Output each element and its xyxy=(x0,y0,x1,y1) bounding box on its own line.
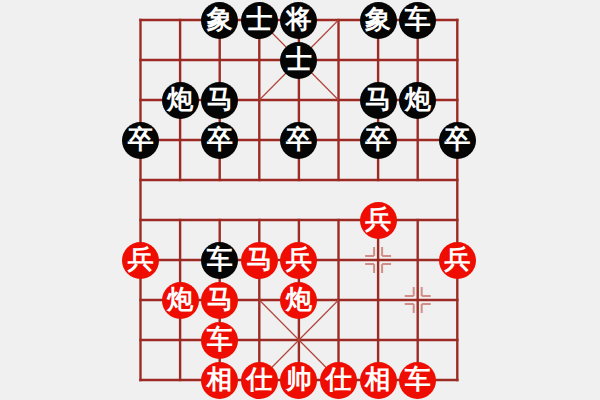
piece-glyph: 马 xyxy=(207,286,233,312)
piece-glyph: 兵 xyxy=(127,246,153,272)
piece-black-elephant[interactable]: 象 xyxy=(360,2,397,39)
piece-glyph: 车 xyxy=(207,246,233,272)
piece-glyph: 兵 xyxy=(286,246,312,272)
piece-glyph: 炮 xyxy=(405,86,431,112)
piece-red-chariot[interactable]: 车 xyxy=(201,322,238,359)
piece-red-soldier[interactable]: 兵 xyxy=(439,242,476,279)
piece-glyph: 象 xyxy=(207,6,233,32)
piece-glyph: 车 xyxy=(405,6,431,32)
piece-black-elephant[interactable]: 象 xyxy=(201,2,238,39)
piece-glyph: 士 xyxy=(286,46,312,72)
piece-red-elephant[interactable]: 相 xyxy=(360,362,397,399)
piece-black-advisor[interactable]: 士 xyxy=(280,42,317,79)
piece-red-advisor[interactable]: 仕 xyxy=(320,362,357,399)
piece-glyph: 仕 xyxy=(246,366,272,392)
piece-glyph: 象 xyxy=(365,6,391,32)
piece-black-soldier[interactable]: 卒 xyxy=(439,122,476,159)
piece-black-soldier[interactable]: 卒 xyxy=(122,122,159,159)
piece-glyph: 相 xyxy=(207,366,233,392)
piece-glyph: 卒 xyxy=(127,126,153,152)
piece-glyph: 相 xyxy=(365,366,391,392)
piece-black-chariot[interactable]: 车 xyxy=(201,242,238,279)
piece-glyph: 马 xyxy=(246,246,272,272)
piece-glyph: 帅 xyxy=(286,366,312,392)
piece-red-cannon[interactable]: 炮 xyxy=(280,282,317,319)
piece-glyph: 炮 xyxy=(286,286,312,312)
piece-glyph: 卒 xyxy=(444,126,470,152)
piece-black-soldier[interactable]: 卒 xyxy=(280,122,317,159)
piece-black-cannon[interactable]: 炮 xyxy=(162,82,199,119)
piece-glyph: 炮 xyxy=(167,286,193,312)
piece-red-soldier[interactable]: 兵 xyxy=(280,242,317,279)
piece-red-horse[interactable]: 马 xyxy=(201,282,238,319)
piece-black-horse[interactable]: 马 xyxy=(360,82,397,119)
xiangqi-board[interactable]: 象士将象车士炮马马炮卒卒卒卒卒兵兵车马兵兵炮马炮车相仕帅仕相车 xyxy=(0,0,600,400)
piece-layer: 象士将象车士炮马马炮卒卒卒卒卒兵兵车马兵兵炮马炮车相仕帅仕相车 xyxy=(121,0,477,400)
piece-glyph: 车 xyxy=(207,326,233,352)
piece-glyph: 将 xyxy=(286,6,312,32)
piece-red-horse[interactable]: 马 xyxy=(241,242,278,279)
piece-red-general[interactable]: 帅 xyxy=(280,362,317,399)
piece-red-elephant[interactable]: 相 xyxy=(201,362,238,399)
piece-glyph: 卒 xyxy=(365,126,391,152)
piece-red-soldier[interactable]: 兵 xyxy=(122,242,159,279)
piece-glyph: 士 xyxy=(246,6,272,32)
piece-red-soldier[interactable]: 兵 xyxy=(360,202,397,239)
piece-glyph: 炮 xyxy=(167,86,193,112)
piece-black-soldier[interactable]: 卒 xyxy=(360,122,397,159)
piece-glyph: 卒 xyxy=(207,126,233,152)
piece-black-cannon[interactable]: 炮 xyxy=(399,82,436,119)
piece-black-advisor[interactable]: 士 xyxy=(241,2,278,39)
piece-glyph: 卒 xyxy=(286,126,312,152)
piece-black-chariot[interactable]: 车 xyxy=(399,2,436,39)
piece-black-general[interactable]: 将 xyxy=(280,2,317,39)
piece-glyph: 兵 xyxy=(444,246,470,272)
piece-glyph: 车 xyxy=(405,366,431,392)
piece-glyph: 马 xyxy=(207,86,233,112)
piece-glyph: 马 xyxy=(365,86,391,112)
piece-glyph: 兵 xyxy=(365,206,391,232)
piece-red-advisor[interactable]: 仕 xyxy=(241,362,278,399)
piece-red-cannon[interactable]: 炮 xyxy=(162,282,199,319)
piece-black-horse[interactable]: 马 xyxy=(201,82,238,119)
piece-red-chariot[interactable]: 车 xyxy=(399,362,436,399)
piece-glyph: 仕 xyxy=(325,366,351,392)
piece-black-soldier[interactable]: 卒 xyxy=(201,122,238,159)
